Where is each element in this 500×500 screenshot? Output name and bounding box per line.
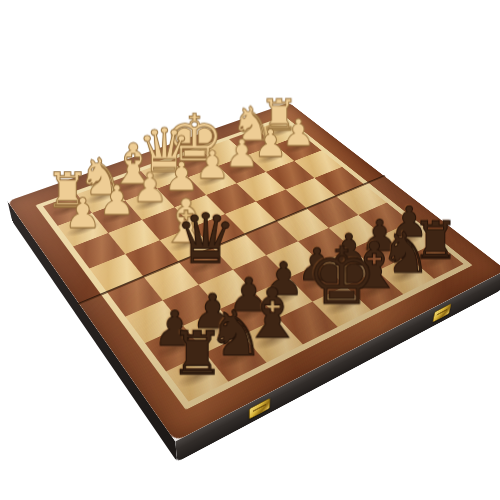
piece-shadow <box>321 293 363 319</box>
piece-shadow <box>98 206 137 226</box>
piece-shadow <box>146 165 182 183</box>
pieces-layer: ♜♞♝♛♚♞♜♟♟♟♟♟♟♟♟♝♛♟♟♟♟♟♟♟♟♜♞♝♚♝♞♜ <box>8 103 500 442</box>
piece-shadow <box>262 285 304 310</box>
piece-shadow <box>163 182 200 201</box>
piece-shadow <box>82 188 120 207</box>
piece-white-rook-h1: ♜ <box>243 89 315 132</box>
piece-shadow <box>152 334 198 363</box>
brass-latch-left <box>249 397 270 419</box>
piece-shadow <box>174 361 221 392</box>
piece-shadow <box>281 139 315 156</box>
product-photo: ♜♞♝♛♚♞♜♟♟♟♟♟♟♟♟♝♛♟♟♟♟♟♟♟♟♜♞♝♚♝♞♜ <box>0 0 500 500</box>
piece-shadow <box>115 176 152 195</box>
piece-shadow <box>131 194 169 214</box>
piece-shadow <box>263 124 296 140</box>
piece-shadow <box>177 154 212 171</box>
brass-latch-right <box>432 303 451 323</box>
piece-shadow <box>329 255 369 278</box>
piece-white-king-e1: ♚ <box>157 98 233 163</box>
piece-shadow <box>224 160 259 178</box>
piece-shadow <box>250 326 295 354</box>
piece-shadow <box>354 278 395 303</box>
piece-shadow <box>194 171 230 189</box>
chess-board: ♜♞♝♛♚♞♜♟♟♟♟♟♟♟♟♝♛♟♟♟♟♟♟♟♟♜♞♝♚♝♞♜ <box>8 103 500 442</box>
piece-shadow <box>213 343 259 372</box>
piece-shadow <box>416 249 455 272</box>
photo-scene: ♜♞♝♛♚♞♜♟♟♟♟♟♟♟♟♝♛♟♟♟♟♟♟♟♟♜♞♝♚♝♞♜ <box>0 0 500 500</box>
